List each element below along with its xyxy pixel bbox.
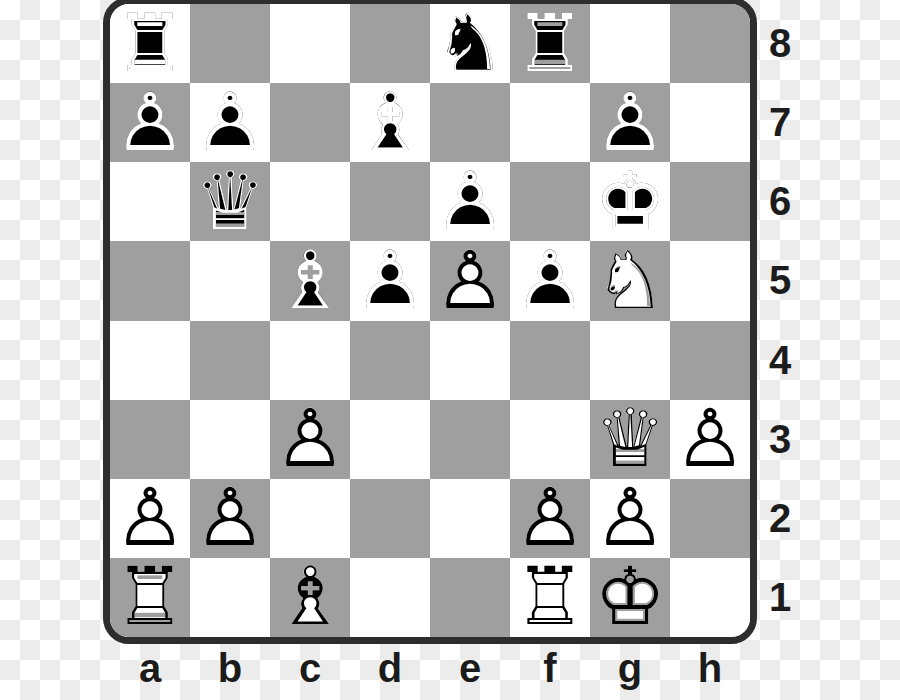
rank-label-4: 4 bbox=[757, 321, 803, 400]
rank-label-2: 2 bbox=[757, 479, 803, 558]
piece-glyph-outline: ♔ bbox=[590, 162, 670, 241]
piece-glyph-outline: ♘ bbox=[430, 4, 510, 83]
square-a1[interactable]: ♜♖ bbox=[110, 558, 190, 637]
rank-label-6: 6 bbox=[757, 162, 803, 241]
square-e2[interactable] bbox=[430, 479, 510, 558]
square-c6[interactable] bbox=[270, 162, 350, 241]
piece-white-rook-a1[interactable]: ♜♖ bbox=[110, 558, 190, 637]
piece-glyph-outline: ♙ bbox=[110, 83, 190, 162]
piece-black-pawn-g7[interactable]: ♟♙ bbox=[590, 83, 670, 162]
piece-glyph-outline: ♖ bbox=[510, 558, 590, 637]
rank-label-8: 8 bbox=[757, 4, 803, 83]
square-a8[interactable]: ♜♖ bbox=[110, 4, 190, 83]
piece-glyph-fill: ♜ bbox=[510, 558, 590, 637]
piece-black-pawn-d5[interactable]: ♟♙ bbox=[350, 241, 430, 320]
piece-glyph-outline: ♙ bbox=[430, 241, 510, 320]
piece-glyph-fill: ♟ bbox=[110, 83, 190, 162]
piece-black-rook-f8[interactable]: ♜♖ bbox=[510, 4, 590, 83]
piece-black-bishop-d7[interactable]: ♝♗ bbox=[350, 83, 430, 162]
piece-black-pawn-e6[interactable]: ♟♙ bbox=[430, 162, 510, 241]
square-f5[interactable]: ♟♙ bbox=[510, 241, 590, 320]
piece-white-king-g1[interactable]: ♚♔ bbox=[590, 558, 670, 637]
file-label-g: g bbox=[590, 645, 670, 691]
file-label-e: e bbox=[430, 645, 510, 691]
square-f7[interactable] bbox=[510, 83, 590, 162]
square-h8[interactable] bbox=[670, 4, 750, 83]
piece-black-pawn-f5[interactable]: ♟♙ bbox=[510, 241, 590, 320]
square-h2[interactable] bbox=[670, 479, 750, 558]
square-b5[interactable] bbox=[190, 241, 270, 320]
piece-black-rook-a8[interactable]: ♜♖ bbox=[110, 4, 190, 83]
piece-glyph-fill: ♟ bbox=[350, 241, 430, 320]
square-d3[interactable] bbox=[350, 400, 430, 479]
square-h5[interactable] bbox=[670, 241, 750, 320]
file-label-a: a bbox=[110, 645, 190, 691]
piece-glyph-fill: ♝ bbox=[270, 558, 350, 637]
piece-glyph-fill: ♟ bbox=[430, 241, 510, 320]
piece-white-bishop-c1[interactable]: ♝♗ bbox=[270, 558, 350, 637]
piece-glyph-fill: ♟ bbox=[670, 400, 750, 479]
square-g5[interactable]: ♞♘ bbox=[590, 241, 670, 320]
square-h1[interactable] bbox=[670, 558, 750, 637]
piece-glyph-outline: ♙ bbox=[350, 241, 430, 320]
piece-glyph-outline: ♙ bbox=[590, 479, 670, 558]
square-c2[interactable] bbox=[270, 479, 350, 558]
piece-black-queen-b6[interactable]: ♛♕ bbox=[190, 162, 270, 241]
square-a4[interactable] bbox=[110, 321, 190, 400]
square-a7[interactable]: ♟♙ bbox=[110, 83, 190, 162]
piece-glyph-outline: ♗ bbox=[270, 241, 350, 320]
square-e3[interactable] bbox=[430, 400, 510, 479]
piece-white-pawn-a2[interactable]: ♟♙ bbox=[110, 479, 190, 558]
square-c5[interactable]: ♝♗ bbox=[270, 241, 350, 320]
piece-glyph-fill: ♜ bbox=[110, 4, 190, 83]
piece-black-bishop-c5[interactable]: ♝♗ bbox=[270, 241, 350, 320]
square-g8[interactable] bbox=[590, 4, 670, 83]
square-h4[interactable] bbox=[670, 321, 750, 400]
piece-white-knight-g5[interactable]: ♞♘ bbox=[590, 241, 670, 320]
square-b4[interactable] bbox=[190, 321, 270, 400]
square-f4[interactable] bbox=[510, 321, 590, 400]
piece-glyph-outline: ♙ bbox=[670, 400, 750, 479]
piece-glyph-fill: ♟ bbox=[510, 241, 590, 320]
rank-label-1: 1 bbox=[757, 558, 803, 637]
piece-glyph-fill: ♟ bbox=[190, 83, 270, 162]
square-g7[interactable]: ♟♙ bbox=[590, 83, 670, 162]
piece-glyph-outline: ♗ bbox=[270, 558, 350, 637]
piece-black-pawn-a7[interactable]: ♟♙ bbox=[110, 83, 190, 162]
piece-black-knight-e8[interactable]: ♞♘ bbox=[430, 4, 510, 83]
square-c8[interactable] bbox=[270, 4, 350, 83]
square-c1[interactable]: ♝♗ bbox=[270, 558, 350, 637]
piece-white-rook-f1[interactable]: ♜♖ bbox=[510, 558, 590, 637]
rank-label-3: 3 bbox=[757, 400, 803, 479]
square-b3[interactable] bbox=[190, 400, 270, 479]
piece-glyph-fill: ♚ bbox=[590, 558, 670, 637]
square-h7[interactable] bbox=[670, 83, 750, 162]
square-g6[interactable]: ♚♔ bbox=[590, 162, 670, 241]
square-d2[interactable] bbox=[350, 479, 430, 558]
piece-white-pawn-e5[interactable]: ♟♙ bbox=[430, 241, 510, 320]
piece-black-pawn-b7[interactable]: ♟♙ bbox=[190, 83, 270, 162]
square-d8[interactable] bbox=[350, 4, 430, 83]
piece-glyph-fill: ♞ bbox=[430, 4, 510, 83]
piece-glyph-outline: ♙ bbox=[430, 162, 510, 241]
file-label-c: c bbox=[270, 645, 350, 691]
piece-glyph-fill: ♞ bbox=[590, 241, 670, 320]
square-d7[interactable]: ♝♗ bbox=[350, 83, 430, 162]
square-e7[interactable] bbox=[430, 83, 510, 162]
piece-black-king-g6[interactable]: ♚♔ bbox=[590, 162, 670, 241]
piece-glyph-fill: ♟ bbox=[590, 83, 670, 162]
piece-white-queen-g3[interactable]: ♛♕ bbox=[590, 400, 670, 479]
square-f3[interactable] bbox=[510, 400, 590, 479]
piece-glyph-outline: ♙ bbox=[190, 479, 270, 558]
piece-glyph-fill: ♛ bbox=[190, 162, 270, 241]
piece-glyph-fill: ♟ bbox=[270, 400, 350, 479]
square-a5[interactable] bbox=[110, 241, 190, 320]
square-b2[interactable]: ♟♙ bbox=[190, 479, 270, 558]
board-grid: ♜♖♞♘♜♖♟♙♟♙♝♗♟♙♛♕♟♙♚♔♝♗♟♙♟♙♟♙♞♘♟♙♛♕♟♙♟♙♟♙… bbox=[110, 4, 750, 637]
piece-glyph-fill: ♝ bbox=[350, 83, 430, 162]
square-h6[interactable] bbox=[670, 162, 750, 241]
piece-glyph-fill: ♟ bbox=[510, 479, 590, 558]
piece-white-pawn-f2[interactable]: ♟♙ bbox=[510, 479, 590, 558]
square-f1[interactable]: ♜♖ bbox=[510, 558, 590, 637]
square-e4[interactable] bbox=[430, 321, 510, 400]
square-a2[interactable]: ♟♙ bbox=[110, 479, 190, 558]
file-label-b: b bbox=[190, 645, 270, 691]
square-a3[interactable] bbox=[110, 400, 190, 479]
file-label-f: f bbox=[510, 645, 590, 691]
rank-label-7: 7 bbox=[757, 83, 803, 162]
square-e6[interactable]: ♟♙ bbox=[430, 162, 510, 241]
piece-glyph-fill: ♜ bbox=[110, 558, 190, 637]
square-c7[interactable] bbox=[270, 83, 350, 162]
piece-glyph-fill: ♛ bbox=[590, 400, 670, 479]
diagram-background: ♜♖♞♘♜♖♟♙♟♙♝♗♟♙♛♕♟♙♚♔♝♗♟♙♟♙♟♙♞♘♟♙♛♕♟♙♟♙♟♙… bbox=[0, 0, 900, 700]
piece-glyph-fill: ♟ bbox=[110, 479, 190, 558]
square-f8[interactable]: ♜♖ bbox=[510, 4, 590, 83]
square-b8[interactable] bbox=[190, 4, 270, 83]
rank-label-5: 5 bbox=[757, 241, 803, 320]
square-h3[interactable]: ♟♙ bbox=[670, 400, 750, 479]
square-b1[interactable] bbox=[190, 558, 270, 637]
piece-glyph-outline: ♗ bbox=[350, 83, 430, 162]
piece-glyph-outline: ♔ bbox=[590, 558, 670, 637]
square-d5[interactable]: ♟♙ bbox=[350, 241, 430, 320]
square-c3[interactable]: ♟♙ bbox=[270, 400, 350, 479]
square-e8[interactable]: ♞♘ bbox=[430, 4, 510, 83]
piece-glyph-outline: ♙ bbox=[510, 241, 590, 320]
square-f6[interactable] bbox=[510, 162, 590, 241]
piece-glyph-fill: ♚ bbox=[590, 162, 670, 241]
piece-glyph-fill: ♝ bbox=[270, 241, 350, 320]
piece-white-pawn-b2[interactable]: ♟♙ bbox=[190, 479, 270, 558]
square-d6[interactable] bbox=[350, 162, 430, 241]
piece-glyph-fill: ♟ bbox=[590, 479, 670, 558]
piece-glyph-outline: ♙ bbox=[270, 400, 350, 479]
piece-white-pawn-g2[interactable]: ♟♙ bbox=[590, 479, 670, 558]
square-g4[interactable] bbox=[590, 321, 670, 400]
square-b6[interactable]: ♛♕ bbox=[190, 162, 270, 241]
file-label-h: h bbox=[670, 645, 750, 691]
piece-glyph-outline: ♖ bbox=[110, 558, 190, 637]
piece-glyph-outline: ♙ bbox=[190, 83, 270, 162]
square-d4[interactable] bbox=[350, 321, 430, 400]
piece-glyph-outline: ♘ bbox=[590, 241, 670, 320]
piece-glyph-outline: ♕ bbox=[590, 400, 670, 479]
piece-glyph-fill: ♟ bbox=[190, 479, 270, 558]
piece-glyph-outline: ♙ bbox=[590, 83, 670, 162]
piece-glyph-outline: ♖ bbox=[110, 4, 190, 83]
rank-labels: 87654321 bbox=[757, 4, 803, 637]
square-e1[interactable] bbox=[430, 558, 510, 637]
square-c4[interactable] bbox=[270, 321, 350, 400]
piece-white-pawn-h3[interactable]: ♟♙ bbox=[670, 400, 750, 479]
piece-glyph-outline: ♙ bbox=[110, 479, 190, 558]
file-label-d: d bbox=[350, 645, 430, 691]
square-g1[interactable]: ♚♔ bbox=[590, 558, 670, 637]
piece-glyph-fill: ♜ bbox=[510, 4, 590, 83]
piece-glyph-outline: ♕ bbox=[190, 162, 270, 241]
square-b7[interactable]: ♟♙ bbox=[190, 83, 270, 162]
square-g2[interactable]: ♟♙ bbox=[590, 479, 670, 558]
file-labels: abcdefgh bbox=[110, 645, 750, 691]
chess-board: ♜♖♞♘♜♖♟♙♟♙♝♗♟♙♛♕♟♙♚♔♝♗♟♙♟♙♟♙♞♘♟♙♛♕♟♙♟♙♟♙… bbox=[103, 0, 757, 644]
square-g3[interactable]: ♛♕ bbox=[590, 400, 670, 479]
piece-glyph-outline: ♖ bbox=[510, 4, 590, 83]
square-e5[interactable]: ♟♙ bbox=[430, 241, 510, 320]
square-d1[interactable] bbox=[350, 558, 430, 637]
piece-glyph-outline: ♙ bbox=[510, 479, 590, 558]
square-a6[interactable] bbox=[110, 162, 190, 241]
piece-white-pawn-c3[interactable]: ♟♙ bbox=[270, 400, 350, 479]
square-f2[interactable]: ♟♙ bbox=[510, 479, 590, 558]
piece-glyph-fill: ♟ bbox=[430, 162, 510, 241]
